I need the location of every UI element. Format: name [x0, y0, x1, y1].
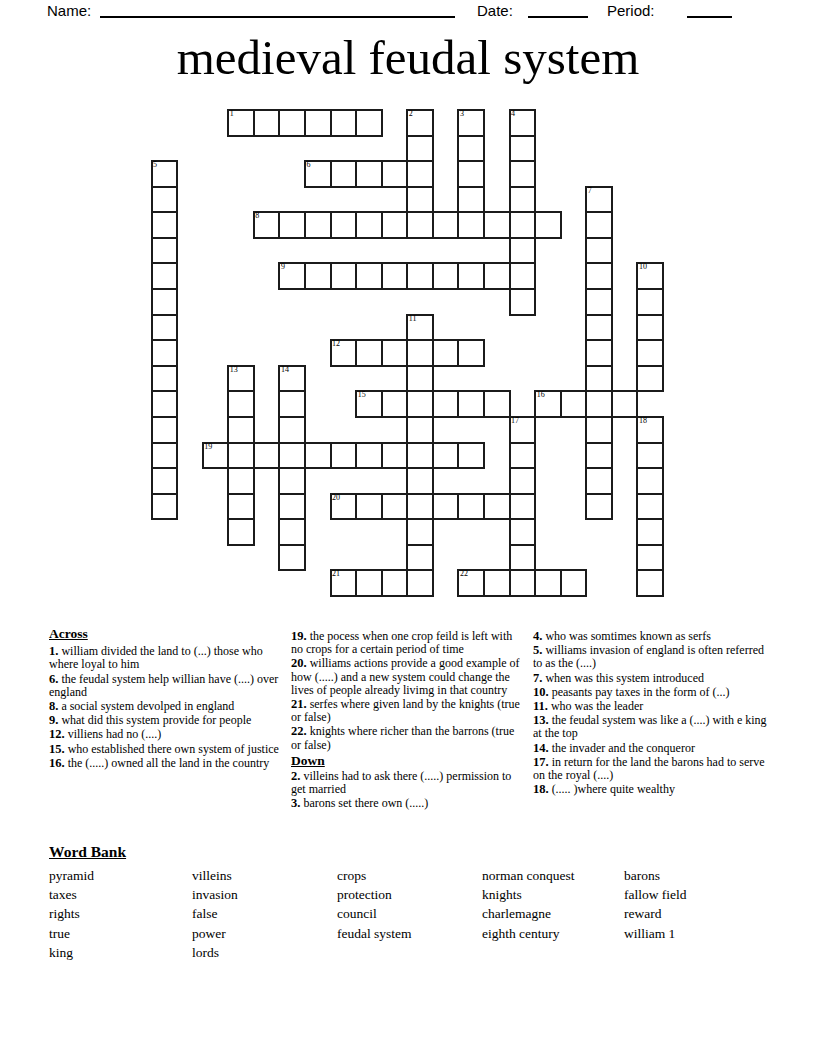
- grid-cell[interactable]: [458, 187, 484, 213]
- grid-cell[interactable]: [407, 136, 433, 162]
- down-heading: Down: [291, 754, 527, 767]
- grid-cell[interactable]: [407, 417, 433, 443]
- clue-number: 21: [332, 569, 340, 579]
- grid-cell[interactable]: [510, 443, 536, 469]
- clue-number: 17: [511, 416, 519, 426]
- word-bank-item: villeins: [192, 866, 238, 885]
- across-heading: Across: [49, 627, 285, 640]
- grid-cell[interactable]: 15: [356, 391, 382, 417]
- grid-cell[interactable]: [382, 443, 408, 469]
- grid-cell[interactable]: [356, 340, 382, 366]
- clue-down-2: 2. villeins had to ask there (.....) per…: [291, 770, 527, 796]
- clue-number: 7: [588, 186, 592, 196]
- word-bank-item: lords: [192, 943, 238, 962]
- grid-cell[interactable]: [510, 494, 536, 520]
- grid-cell[interactable]: [305, 110, 331, 136]
- clue-number: 12: [332, 339, 340, 349]
- grid-cell[interactable]: [510, 519, 536, 545]
- word-bank-item: william 1: [624, 924, 687, 943]
- grid-cell[interactable]: 18: [637, 417, 663, 443]
- grid-cell[interactable]: [152, 494, 178, 520]
- grid-cell[interactable]: [356, 494, 382, 520]
- grid-cell[interactable]: 17: [510, 417, 536, 443]
- word-bank-item: eighth century: [482, 924, 575, 943]
- grid-cell[interactable]: [407, 212, 433, 238]
- clue-across-12: 12. villiens had no (....): [49, 728, 285, 741]
- grid-cell[interactable]: [152, 187, 178, 213]
- grid-cell[interactable]: [510, 545, 536, 571]
- grid-cell[interactable]: [407, 391, 433, 417]
- grid-cell[interactable]: [279, 110, 305, 136]
- clue-number: 20: [332, 493, 340, 503]
- grid-cell[interactable]: [407, 187, 433, 213]
- date-blank-line[interactable]: [528, 16, 588, 18]
- grid-cell[interactable]: [152, 315, 178, 341]
- grid-cell[interactable]: [637, 519, 663, 545]
- grid-cell[interactable]: [637, 570, 663, 596]
- grid-cell[interactable]: 7: [586, 187, 612, 213]
- clue-number: 3: [460, 109, 464, 119]
- grid-cell[interactable]: [586, 366, 612, 392]
- grid-cell[interactable]: [586, 238, 612, 264]
- grid-cell[interactable]: [510, 289, 536, 315]
- grid-cell[interactable]: [331, 443, 357, 469]
- grid-cell[interactable]: [637, 315, 663, 341]
- grid-cell[interactable]: [433, 494, 459, 520]
- grid-cell[interactable]: [152, 443, 178, 469]
- grid-cell[interactable]: [254, 110, 280, 136]
- grid-cell[interactable]: 1: [228, 110, 254, 136]
- grid-cell[interactable]: 6: [305, 161, 331, 187]
- grid-cell[interactable]: [586, 315, 612, 341]
- grid-cell[interactable]: [356, 443, 382, 469]
- grid-cell[interactable]: 13: [228, 366, 254, 392]
- grid-cell[interactable]: 3: [458, 110, 484, 136]
- period-label: Period:: [607, 2, 655, 19]
- word-bank-item: knights: [482, 885, 575, 904]
- grid-cell[interactable]: [586, 494, 612, 520]
- grid-cell[interactable]: 2: [407, 110, 433, 136]
- grid-cell[interactable]: [228, 443, 254, 469]
- grid-cell[interactable]: [407, 443, 433, 469]
- word-bank-item: feudal system: [337, 924, 412, 943]
- grid-cell[interactable]: [331, 212, 357, 238]
- grid-cell[interactable]: [407, 519, 433, 545]
- grid-cell[interactable]: 21: [331, 570, 357, 596]
- grid-cell[interactable]: [484, 263, 510, 289]
- grid-cell[interactable]: [586, 391, 612, 417]
- grid-cell[interactable]: 9: [279, 263, 305, 289]
- grid-cell[interactable]: [586, 289, 612, 315]
- clue-across-1: 1. william divided the land to (...) tho…: [49, 645, 285, 671]
- clue-number: 10: [639, 262, 647, 272]
- grid-cell[interactable]: [407, 161, 433, 187]
- grid-cell[interactable]: [510, 187, 536, 213]
- clue-across-6: 6. the feudal system help willian have (…: [49, 673, 285, 699]
- grid-cell[interactable]: [407, 494, 433, 520]
- clue-across-22: 22. knights where richer than the barron…: [291, 725, 527, 751]
- clue-across-19: 19. the pocess when one crop feild is le…: [291, 630, 527, 656]
- word-bank-column-5: baronsfallow fieldrewardwilliam 1: [624, 866, 687, 943]
- grid-cell[interactable]: [152, 238, 178, 264]
- word-bank-item: true: [49, 924, 94, 943]
- grid-cell[interactable]: [637, 289, 663, 315]
- grid-cell[interactable]: [586, 340, 612, 366]
- word-bank-item: king: [49, 943, 94, 962]
- grid-cell[interactable]: [535, 212, 561, 238]
- clue-number: 18: [639, 416, 647, 426]
- word-bank-item: pyramid: [49, 866, 94, 885]
- clue-down-7: 7. when was this system introduced: [533, 672, 775, 685]
- grid-cell[interactable]: 12: [331, 340, 357, 366]
- grid-cell[interactable]: [637, 545, 663, 571]
- grid-cell[interactable]: [152, 212, 178, 238]
- grid-cell[interactable]: [458, 212, 484, 238]
- grid-cell[interactable]: [356, 161, 382, 187]
- word-bank-item: invasion: [192, 885, 238, 904]
- grid-cell[interactable]: [152, 289, 178, 315]
- grid-cell[interactable]: [228, 391, 254, 417]
- grid-cell[interactable]: [279, 391, 305, 417]
- grid-cell[interactable]: [279, 417, 305, 443]
- grid-cell[interactable]: [279, 443, 305, 469]
- grid-cell[interactable]: [458, 391, 484, 417]
- grid-cell[interactable]: [356, 212, 382, 238]
- grid-cell[interactable]: [458, 161, 484, 187]
- grid-cell[interactable]: [586, 263, 612, 289]
- clues-column-2: 19. the pocess when one crop feild is le…: [291, 627, 527, 812]
- grid-cell[interactable]: [433, 212, 459, 238]
- grid-cell[interactable]: [382, 161, 408, 187]
- clue-down-14: 14. the invader and the conqueror: [533, 742, 775, 755]
- grid-cell[interactable]: [152, 340, 178, 366]
- word-bank-item: norman conquest: [482, 866, 575, 885]
- clue-number: 2: [409, 109, 413, 119]
- clue-down-4: 4. who was somtimes known as serfs: [533, 630, 775, 643]
- grid-cell[interactable]: [586, 212, 612, 238]
- word-bank-item: reward: [624, 904, 687, 923]
- grid-cell[interactable]: [510, 136, 536, 162]
- grid-cell[interactable]: 5: [152, 161, 178, 187]
- clue-number: 11: [409, 314, 417, 324]
- word-bank-item: crops: [337, 866, 412, 885]
- word-bank-item: charlemagne: [482, 904, 575, 923]
- grid-cell[interactable]: [382, 263, 408, 289]
- word-bank-item: council: [337, 904, 412, 923]
- grid-cell[interactable]: [152, 263, 178, 289]
- grid-cell[interactable]: [152, 366, 178, 392]
- clue-down-10: 10. peasants pay taxes in the form of (.…: [533, 686, 775, 699]
- grid-cell[interactable]: [331, 161, 357, 187]
- clue-across-20: 20. williams actions provide a good exam…: [291, 657, 527, 697]
- clue-down-13: 13. the feudal system was like a (....) …: [533, 714, 775, 740]
- clue-number: 22: [460, 569, 468, 579]
- grid-cell[interactable]: [305, 212, 331, 238]
- clue-number: 14: [281, 365, 289, 375]
- word-bank-columns: pyramidtaxesrightstrueking villeinsinvas…: [49, 866, 771, 966]
- name-blank-line[interactable]: [100, 16, 455, 18]
- clues-column-3: 4. who was somtimes known as serfs5. wil…: [533, 627, 775, 797]
- clue-across-16: 16. the (.....) owned all the land in th…: [49, 757, 285, 770]
- grid-cell[interactable]: [586, 417, 612, 443]
- grid-cell[interactable]: [254, 443, 280, 469]
- clue-number: 8: [255, 211, 259, 221]
- grid-cell[interactable]: [152, 468, 178, 494]
- grid-cell[interactable]: [228, 468, 254, 494]
- grid-cell[interactable]: 22: [458, 570, 484, 596]
- grid-cell[interactable]: [433, 263, 459, 289]
- grid-cell[interactable]: [458, 136, 484, 162]
- grid-cell[interactable]: [637, 340, 663, 366]
- clue-number: 19: [204, 442, 212, 452]
- crossword-grid: 12345678910111213141516171819202122: [152, 110, 664, 596]
- grid-cell[interactable]: [484, 391, 510, 417]
- grid-cell[interactable]: [382, 570, 408, 596]
- grid-cell[interactable]: 16: [535, 391, 561, 417]
- grid-cell[interactable]: [407, 366, 433, 392]
- grid-cell[interactable]: [305, 263, 331, 289]
- grid-cell[interactable]: 19: [203, 443, 229, 469]
- clue-number: 16: [537, 390, 545, 400]
- word-bank: Word Bank pyramidtaxesrightstrueking vil…: [49, 843, 771, 966]
- grid-cell[interactable]: [510, 570, 536, 596]
- grid-cell[interactable]: [510, 212, 536, 238]
- grid-cell[interactable]: [279, 212, 305, 238]
- grid-cell[interactable]: [356, 570, 382, 596]
- clue-across-21: 21. serfes where given land by the knigh…: [291, 698, 527, 724]
- grid-cell[interactable]: [407, 570, 433, 596]
- grid-cell[interactable]: [458, 263, 484, 289]
- grid-cell[interactable]: [637, 468, 663, 494]
- word-bank-item: false: [192, 904, 238, 923]
- grid-cell[interactable]: 4: [510, 110, 536, 136]
- clue-number: 15: [358, 390, 366, 400]
- clue-down-11: 11. who was the leader: [533, 700, 775, 713]
- grid-cell[interactable]: [382, 212, 408, 238]
- clues-column-1: Across 1. william divided the land to (.…: [49, 627, 285, 771]
- word-bank-item: barons: [624, 866, 687, 885]
- grid-cell[interactable]: [510, 161, 536, 187]
- clue-number: 9: [281, 262, 285, 272]
- word-bank-column-1: pyramidtaxesrightstrueking: [49, 866, 94, 962]
- puzzle-title: medieval feudal system: [0, 30, 816, 86]
- grid-cell[interactable]: [510, 468, 536, 494]
- grid-cell[interactable]: 10: [637, 263, 663, 289]
- grid-cell[interactable]: [484, 570, 510, 596]
- grid-cell[interactable]: [279, 545, 305, 571]
- grid-cell[interactable]: [382, 494, 408, 520]
- grid-cell[interactable]: [510, 238, 536, 264]
- clue-down-18: 18. (..... )where quite wealthy: [533, 783, 775, 796]
- grid-cell[interactable]: [356, 263, 382, 289]
- date-label: Date:: [477, 2, 513, 19]
- grid-cell[interactable]: [637, 366, 663, 392]
- grid-cell[interactable]: [484, 494, 510, 520]
- grid-cell[interactable]: [561, 570, 587, 596]
- grid-cell[interactable]: [228, 494, 254, 520]
- grid-cell[interactable]: [382, 391, 408, 417]
- clue-number: 6: [306, 160, 310, 170]
- grid-cell[interactable]: [407, 263, 433, 289]
- grid-cell[interactable]: 8: [254, 212, 280, 238]
- grid-cell[interactable]: [152, 391, 178, 417]
- word-bank-item: taxes: [49, 885, 94, 904]
- grid-cell[interactable]: [433, 340, 459, 366]
- clue-across-8: 8. a social system devolped in england: [49, 700, 285, 713]
- grid-cell[interactable]: 14: [279, 366, 305, 392]
- grid-cell[interactable]: [561, 391, 587, 417]
- word-bank-item: protection: [337, 885, 412, 904]
- word-bank-column-3: cropsprotectioncouncilfeudal system: [337, 866, 412, 943]
- word-bank-column-4: norman conquestknightscharlemagneeighth …: [482, 866, 575, 943]
- name-label: Name:: [47, 2, 91, 19]
- grid-cell[interactable]: [331, 263, 357, 289]
- grid-cell[interactable]: [356, 110, 382, 136]
- grid-cell[interactable]: 11: [407, 315, 433, 341]
- clue-down-17: 17. in return for the land the barons ha…: [533, 756, 775, 782]
- grid-cell[interactable]: [433, 391, 459, 417]
- word-bank-item: fallow field: [624, 885, 687, 904]
- period-blank-line[interactable]: [687, 16, 732, 18]
- clue-number: 5: [153, 160, 157, 170]
- grid-cell[interactable]: [279, 519, 305, 545]
- grid-cell[interactable]: 20: [331, 494, 357, 520]
- grid-cell[interactable]: [510, 263, 536, 289]
- grid-cell[interactable]: [458, 340, 484, 366]
- word-bank-item: rights: [49, 904, 94, 923]
- grid-cell[interactable]: [279, 468, 305, 494]
- grid-cell[interactable]: [535, 570, 561, 596]
- word-bank-heading: Word Bank: [49, 843, 771, 861]
- grid-cell[interactable]: [228, 519, 254, 545]
- grid-cell[interactable]: [382, 340, 408, 366]
- grid-cell[interactable]: [407, 340, 433, 366]
- clue-across-9: 9. what did this system provide for peop…: [49, 714, 285, 727]
- clue-down-3: 3. barons set there own (.....): [291, 797, 527, 810]
- grid-cell[interactable]: [586, 468, 612, 494]
- grid-cell[interactable]: [458, 443, 484, 469]
- grid-cell[interactable]: [586, 443, 612, 469]
- clue-across-15: 15. who established there own system of …: [49, 743, 285, 756]
- word-bank-item: power: [192, 924, 238, 943]
- grid-cell[interactable]: [152, 417, 178, 443]
- grid-cell[interactable]: [305, 443, 331, 469]
- worksheet-page: Name: Date: Period: medieval feudal syst…: [0, 0, 816, 1056]
- grid-cell[interactable]: [331, 110, 357, 136]
- grid-cell[interactable]: [637, 494, 663, 520]
- grid-cell[interactable]: [407, 545, 433, 571]
- grid-cell[interactable]: [433, 443, 459, 469]
- clue-number: 1: [230, 109, 234, 119]
- grid-cell[interactable]: [484, 212, 510, 238]
- grid-cell[interactable]: [407, 468, 433, 494]
- grid-cell[interactable]: [637, 443, 663, 469]
- grid-cell[interactable]: [458, 494, 484, 520]
- clue-number: 4: [511, 109, 515, 119]
- clue-number: 13: [230, 365, 238, 375]
- grid-cell[interactable]: [228, 417, 254, 443]
- clue-down-5: 5. williams invasion of england is often…: [533, 644, 775, 670]
- grid-cell[interactable]: [279, 494, 305, 520]
- word-bank-column-2: villeinsinvasionfalsepowerlords: [192, 866, 238, 962]
- grid-cell[interactable]: [612, 391, 638, 417]
